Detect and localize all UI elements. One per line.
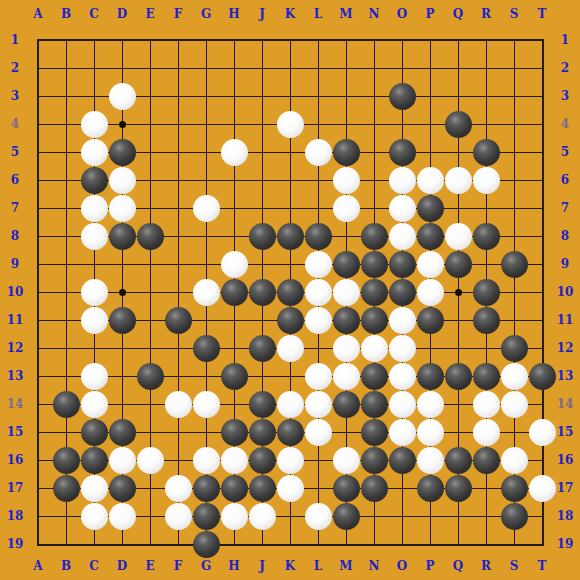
go-board-screenshot: ABCDEFGHJKLMNOPQRST ABCDEFGHJKLMNOPQRST … [0, 0, 580, 580]
stone-black-P8[interactable] [417, 223, 444, 250]
coord-label-bottom-G: G [196, 559, 216, 573]
stone-white-M13[interactable] [333, 363, 360, 390]
stone-white-G14[interactable] [193, 391, 220, 418]
coord-label-top-G: G [196, 7, 216, 21]
stone-white-C11[interactable] [81, 307, 108, 334]
stone-white-L10[interactable] [305, 279, 332, 306]
coord-label-right-5: 5 [550, 145, 580, 159]
coord-label-top-N: N [364, 7, 384, 21]
coord-label-left-14: 14 [0, 397, 30, 411]
stone-white-O14[interactable] [389, 391, 416, 418]
coord-label-top-A: A [28, 7, 48, 21]
coord-label-bottom-K: K [280, 559, 300, 573]
coord-label-bottom-H: H [224, 559, 244, 573]
coord-label-bottom-Q: Q [448, 559, 468, 573]
stone-black-N16[interactable] [361, 447, 388, 474]
stone-black-D11[interactable] [109, 307, 136, 334]
coord-label-bottom-C: C [84, 559, 104, 573]
stone-white-P15[interactable] [417, 419, 444, 446]
coord-label-bottom-N: N [364, 559, 384, 573]
stone-white-D16[interactable] [109, 447, 136, 474]
stone-white-O12[interactable] [389, 335, 416, 362]
stone-black-J17[interactable] [249, 475, 276, 502]
stone-white-T17[interactable] [529, 475, 556, 502]
stone-black-J12[interactable] [249, 335, 276, 362]
stone-white-C8[interactable] [81, 223, 108, 250]
coord-label-top-M: M [336, 7, 356, 21]
stone-black-N17[interactable] [361, 475, 388, 502]
stone-white-P16[interactable] [417, 447, 444, 474]
stone-black-H17[interactable] [221, 475, 248, 502]
stone-black-N13[interactable] [361, 363, 388, 390]
coord-label-left-7: 7 [0, 201, 30, 215]
stone-white-T15[interactable] [529, 419, 556, 446]
stone-black-J15[interactable] [249, 419, 276, 446]
stone-black-N9[interactable] [361, 251, 388, 278]
stone-black-K8[interactable] [277, 223, 304, 250]
stone-black-M11[interactable] [333, 307, 360, 334]
coord-label-right-1: 1 [550, 33, 580, 47]
stone-white-S13[interactable] [501, 363, 528, 390]
coord-label-left-1: 1 [0, 33, 30, 47]
stone-black-S17[interactable] [501, 475, 528, 502]
stone-black-E8[interactable] [137, 223, 164, 250]
stone-black-P11[interactable] [417, 307, 444, 334]
coord-label-bottom-B: B [56, 559, 76, 573]
stone-white-L5[interactable] [305, 139, 332, 166]
coord-label-left-3: 3 [0, 89, 30, 103]
stone-black-M14[interactable] [333, 391, 360, 418]
stone-black-O10[interactable] [389, 279, 416, 306]
coord-label-left-5: 5 [0, 145, 30, 159]
coord-label-bottom-J: J [252, 559, 272, 573]
stone-black-P13[interactable] [417, 363, 444, 390]
stone-black-G12[interactable] [193, 335, 220, 362]
coord-label-right-9: 9 [550, 257, 580, 271]
stone-black-J10[interactable] [249, 279, 276, 306]
coord-label-bottom-R: R [476, 559, 496, 573]
stone-black-M17[interactable] [333, 475, 360, 502]
stone-black-G18[interactable] [193, 503, 220, 530]
stone-white-H9[interactable] [221, 251, 248, 278]
stone-black-M9[interactable] [333, 251, 360, 278]
stone-black-O9[interactable] [389, 251, 416, 278]
stone-white-Q8[interactable] [445, 223, 472, 250]
stone-white-R14[interactable] [473, 391, 500, 418]
stone-white-D3[interactable] [109, 83, 136, 110]
coord-label-left-13: 13 [0, 369, 30, 383]
stone-white-P9[interactable] [417, 251, 444, 278]
stone-white-M7[interactable] [333, 195, 360, 222]
stone-white-L13[interactable] [305, 363, 332, 390]
coord-label-left-15: 15 [0, 425, 30, 439]
stone-white-K16[interactable] [277, 447, 304, 474]
stone-white-M12[interactable] [333, 335, 360, 362]
coord-label-bottom-A: A [28, 559, 48, 573]
stone-black-P17[interactable] [417, 475, 444, 502]
stone-black-Q16[interactable] [445, 447, 472, 474]
stone-black-Q9[interactable] [445, 251, 472, 278]
stone-white-H18[interactable] [221, 503, 248, 530]
stone-black-M18[interactable] [333, 503, 360, 530]
stone-black-D8[interactable] [109, 223, 136, 250]
stone-black-S12[interactable] [501, 335, 528, 362]
stone-black-C15[interactable] [81, 419, 108, 446]
stone-white-C5[interactable] [81, 139, 108, 166]
stone-black-R16[interactable] [473, 447, 500, 474]
coord-label-bottom-D: D [112, 559, 132, 573]
stone-black-Q13[interactable] [445, 363, 472, 390]
stone-white-O11[interactable] [389, 307, 416, 334]
stone-black-R5[interactable] [473, 139, 500, 166]
stone-white-P14[interactable] [417, 391, 444, 418]
stone-black-S9[interactable] [501, 251, 528, 278]
stone-white-K12[interactable] [277, 335, 304, 362]
stone-black-T13[interactable] [529, 363, 556, 390]
coord-label-left-6: 6 [0, 173, 30, 187]
coord-label-top-K: K [280, 7, 300, 21]
coord-label-right-8: 8 [550, 229, 580, 243]
coord-label-left-16: 16 [0, 453, 30, 467]
star-point-D10 [119, 289, 126, 296]
stone-black-R10[interactable] [473, 279, 500, 306]
stone-black-B17[interactable] [53, 475, 80, 502]
coord-label-bottom-S: S [504, 559, 524, 573]
stone-black-R8[interactable] [473, 223, 500, 250]
coord-label-right-7: 7 [550, 201, 580, 215]
stone-black-D5[interactable] [109, 139, 136, 166]
coord-label-left-19: 19 [0, 537, 30, 551]
stone-white-S14[interactable] [501, 391, 528, 418]
stone-black-H10[interactable] [221, 279, 248, 306]
stone-white-H16[interactable] [221, 447, 248, 474]
coord-label-bottom-F: F [168, 559, 188, 573]
coord-label-bottom-L: L [308, 559, 328, 573]
stone-white-C4[interactable] [81, 111, 108, 138]
coord-label-top-O: O [392, 7, 412, 21]
stone-white-E16[interactable] [137, 447, 164, 474]
stone-black-M5[interactable] [333, 139, 360, 166]
stone-white-D18[interactable] [109, 503, 136, 530]
stone-white-L11[interactable] [305, 307, 332, 334]
stone-black-J8[interactable] [249, 223, 276, 250]
coord-label-bottom-T: T [532, 559, 552, 573]
stone-black-R11[interactable] [473, 307, 500, 334]
stone-black-N14[interactable] [361, 391, 388, 418]
coord-label-top-B: B [56, 7, 76, 21]
stone-white-C10[interactable] [81, 279, 108, 306]
coord-label-right-6: 6 [550, 173, 580, 187]
stone-black-N15[interactable] [361, 419, 388, 446]
stone-black-Q4[interactable] [445, 111, 472, 138]
star-point-Q10 [455, 289, 462, 296]
star-point-D4 [119, 121, 126, 128]
stone-black-B16[interactable] [53, 447, 80, 474]
stone-black-C6[interactable] [81, 167, 108, 194]
stone-black-L8[interactable] [305, 223, 332, 250]
coord-label-bottom-M: M [336, 559, 356, 573]
stone-white-F18[interactable] [165, 503, 192, 530]
stone-white-D7[interactable] [109, 195, 136, 222]
coord-label-right-10: 10 [550, 285, 580, 299]
stone-white-N12[interactable] [361, 335, 388, 362]
stone-black-P7[interactable] [417, 195, 444, 222]
stone-white-P10[interactable] [417, 279, 444, 306]
stone-black-H13[interactable] [221, 363, 248, 390]
stone-white-M10[interactable] [333, 279, 360, 306]
stone-black-K15[interactable] [277, 419, 304, 446]
stone-white-O6[interactable] [389, 167, 416, 194]
coord-label-left-10: 10 [0, 285, 30, 299]
stone-black-D15[interactable] [109, 419, 136, 446]
stone-black-E13[interactable] [137, 363, 164, 390]
stone-black-R13[interactable] [473, 363, 500, 390]
stone-white-R15[interactable] [473, 419, 500, 446]
coord-label-top-Q: Q [448, 7, 468, 21]
coord-label-bottom-E: E [140, 559, 160, 573]
stone-black-O5[interactable] [389, 139, 416, 166]
stone-white-M16[interactable] [333, 447, 360, 474]
coord-label-top-S: S [504, 7, 524, 21]
stone-white-C17[interactable] [81, 475, 108, 502]
stone-black-K11[interactable] [277, 307, 304, 334]
stone-black-G17[interactable] [193, 475, 220, 502]
coord-label-left-9: 9 [0, 257, 30, 271]
stone-black-O3[interactable] [389, 83, 416, 110]
stone-white-K14[interactable] [277, 391, 304, 418]
stone-black-K10[interactable] [277, 279, 304, 306]
stone-white-C18[interactable] [81, 503, 108, 530]
coord-label-left-8: 8 [0, 229, 30, 243]
coord-label-top-R: R [476, 7, 496, 21]
stone-white-F14[interactable] [165, 391, 192, 418]
stone-white-F17[interactable] [165, 475, 192, 502]
coord-label-top-J: J [252, 7, 272, 21]
coord-label-right-4: 4 [550, 117, 580, 131]
stone-white-L18[interactable] [305, 503, 332, 530]
stone-black-N11[interactable] [361, 307, 388, 334]
coord-label-top-C: C [84, 7, 104, 21]
stone-black-Q17[interactable] [445, 475, 472, 502]
coord-label-left-4: 4 [0, 117, 30, 131]
coord-label-left-11: 11 [0, 313, 30, 327]
coord-label-top-H: H [224, 7, 244, 21]
stone-white-G16[interactable] [193, 447, 220, 474]
stone-black-J14[interactable] [249, 391, 276, 418]
stone-white-K17[interactable] [277, 475, 304, 502]
coord-label-top-P: P [420, 7, 440, 21]
stone-black-D17[interactable] [109, 475, 136, 502]
coord-label-top-D: D [112, 7, 132, 21]
stone-white-S16[interactable] [501, 447, 528, 474]
coord-label-right-12: 12 [550, 341, 580, 355]
coord-label-top-E: E [140, 7, 160, 21]
stone-white-D6[interactable] [109, 167, 136, 194]
stone-white-L14[interactable] [305, 391, 332, 418]
stone-white-P6[interactable] [417, 167, 444, 194]
stone-black-J16[interactable] [249, 447, 276, 474]
coord-label-right-3: 3 [550, 89, 580, 103]
stone-black-O16[interactable] [389, 447, 416, 474]
stone-white-C7[interactable] [81, 195, 108, 222]
stone-white-H5[interactable] [221, 139, 248, 166]
stone-black-F11[interactable] [165, 307, 192, 334]
coord-label-bottom-O: O [392, 559, 412, 573]
coord-label-bottom-P: P [420, 559, 440, 573]
coord-label-left-17: 17 [0, 481, 30, 495]
stone-white-G7[interactable] [193, 195, 220, 222]
stone-white-O8[interactable] [389, 223, 416, 250]
coord-label-right-19: 19 [550, 537, 580, 551]
coord-label-left-18: 18 [0, 509, 30, 523]
stone-white-O7[interactable] [389, 195, 416, 222]
stone-black-N10[interactable] [361, 279, 388, 306]
coord-label-right-18: 18 [550, 509, 580, 523]
stone-white-M6[interactable] [333, 167, 360, 194]
coord-label-top-F: F [168, 7, 188, 21]
stone-white-O13[interactable] [389, 363, 416, 390]
coord-label-top-T: T [532, 7, 552, 21]
stone-white-R6[interactable] [473, 167, 500, 194]
coord-label-right-16: 16 [550, 453, 580, 467]
stone-white-Q6[interactable] [445, 167, 472, 194]
stone-black-N8[interactable] [361, 223, 388, 250]
stone-black-S18[interactable] [501, 503, 528, 530]
coord-label-left-12: 12 [0, 341, 30, 355]
stone-black-H15[interactable] [221, 419, 248, 446]
stone-black-C16[interactable] [81, 447, 108, 474]
stone-black-B14[interactable] [53, 391, 80, 418]
coord-label-left-2: 2 [0, 61, 30, 75]
stone-white-K4[interactable] [277, 111, 304, 138]
coord-label-right-11: 11 [550, 313, 580, 327]
stone-white-O15[interactable] [389, 419, 416, 446]
stone-white-C13[interactable] [81, 363, 108, 390]
coord-label-right-2: 2 [550, 61, 580, 75]
stone-white-G10[interactable] [193, 279, 220, 306]
stone-white-C14[interactable] [81, 391, 108, 418]
stone-white-L15[interactable] [305, 419, 332, 446]
stone-black-G19[interactable] [193, 531, 220, 558]
stone-white-J18[interactable] [249, 503, 276, 530]
stone-white-L9[interactable] [305, 251, 332, 278]
coord-label-top-L: L [308, 7, 328, 21]
coord-label-right-14: 14 [550, 397, 580, 411]
